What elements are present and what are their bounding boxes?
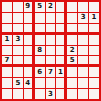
cell-r6c6-empty[interactable]	[56, 56, 66, 66]
cell-r3c1-empty[interactable]	[2, 24, 12, 34]
cell-r6c8-empty[interactable]	[78, 56, 88, 66]
cell-r1c4-given-5[interactable]: 5	[35, 2, 45, 12]
cell-r8c7-empty[interactable]	[67, 78, 77, 88]
cell-r1c7-empty[interactable]	[67, 2, 77, 12]
cell-r5c9-empty[interactable]	[89, 46, 99, 56]
cell-r9c2-empty[interactable]	[13, 89, 23, 99]
cell-r9c3-empty[interactable]	[24, 89, 34, 99]
cell-r7c3-empty[interactable]	[24, 67, 34, 77]
cell-r3c5-empty[interactable]	[46, 24, 56, 34]
cell-r2c9-given-1[interactable]: 1	[89, 13, 99, 23]
cell-r8c6-empty[interactable]	[56, 78, 66, 88]
cell-r2c3-empty[interactable]	[24, 13, 34, 23]
cell-r5c5-empty[interactable]	[46, 46, 56, 56]
cell-r3c6-empty[interactable]	[56, 24, 66, 34]
cell-r3c4-empty[interactable]	[35, 24, 45, 34]
cell-r2c6-empty[interactable]	[56, 13, 66, 23]
cell-r6c4-empty[interactable]	[35, 56, 45, 66]
cell-r2c7-empty[interactable]	[67, 13, 77, 23]
cell-r6c1-given-7[interactable]: 7	[2, 56, 12, 66]
cell-r7c4-given-6[interactable]: 6	[35, 67, 45, 77]
cell-r9c9-empty[interactable]	[89, 89, 99, 99]
cell-r6c2-empty[interactable]	[13, 56, 23, 66]
cell-r5c7-given-2[interactable]: 2	[67, 46, 77, 56]
cell-r1c9-empty[interactable]	[89, 2, 99, 12]
cell-r1c3-given-9[interactable]: 9	[24, 2, 34, 12]
cell-r4c2-given-3[interactable]: 3	[13, 35, 23, 45]
cell-r7c9-empty[interactable]	[89, 67, 99, 77]
cell-r6c5-empty[interactable]	[46, 56, 56, 66]
cell-r6c9-empty[interactable]	[89, 56, 99, 66]
cell-r7c1-empty[interactable]	[2, 67, 12, 77]
cell-r3c2-empty[interactable]	[13, 24, 23, 34]
cell-r4c7-empty[interactable]	[67, 35, 77, 45]
cell-r4c6-empty[interactable]	[56, 35, 66, 45]
cell-r5c1-empty[interactable]	[2, 46, 12, 56]
cell-r5c2-empty[interactable]	[13, 46, 23, 56]
cell-r2c5-empty[interactable]	[46, 13, 56, 23]
cell-r7c7-empty[interactable]	[67, 67, 77, 77]
cell-r2c2-empty[interactable]	[13, 13, 23, 23]
cell-r1c2-empty[interactable]	[13, 2, 23, 12]
cell-r4c1-given-1[interactable]: 1	[2, 35, 12, 45]
cell-r7c5-given-7[interactable]: 7	[46, 67, 56, 77]
cell-r5c8-empty[interactable]	[78, 46, 88, 56]
cell-r7c6-given-1[interactable]: 1	[56, 67, 66, 77]
cell-r5c6-empty[interactable]	[56, 46, 66, 56]
cell-r2c4-empty[interactable]	[35, 13, 45, 23]
cell-r9c7-empty[interactable]	[67, 89, 77, 99]
cell-r8c8-empty[interactable]	[78, 78, 88, 88]
cell-r4c8-empty[interactable]	[78, 35, 88, 45]
cell-r8c5-empty[interactable]	[46, 78, 56, 88]
cell-r4c3-empty[interactable]	[24, 35, 34, 45]
cell-r3c8-empty[interactable]	[78, 24, 88, 34]
cell-r1c5-given-2[interactable]: 2	[46, 2, 56, 12]
cell-r7c8-empty[interactable]	[78, 67, 88, 77]
cell-r8c1-empty[interactable]	[2, 78, 12, 88]
cell-r9c4-empty[interactable]	[35, 89, 45, 99]
cell-r9c6-empty[interactable]	[56, 89, 66, 99]
cell-r2c8-given-3[interactable]: 3	[78, 13, 88, 23]
cell-r7c2-empty[interactable]	[13, 67, 23, 77]
cell-r3c9-empty[interactable]	[89, 24, 99, 34]
cell-r1c8-empty[interactable]	[78, 2, 88, 12]
cell-r4c5-empty[interactable]	[46, 35, 56, 45]
cell-r5c4-given-8[interactable]: 8	[35, 46, 45, 56]
cell-r4c9-empty[interactable]	[89, 35, 99, 45]
cell-r9c1-empty[interactable]	[2, 89, 12, 99]
cell-r1c6-empty[interactable]	[56, 2, 66, 12]
cell-r3c7-empty[interactable]	[67, 24, 77, 34]
cell-r1c1-empty[interactable]	[2, 2, 12, 12]
cell-r8c4-empty[interactable]	[35, 78, 45, 88]
sudoku-board: 95231138275671543	[0, 0, 101, 101]
cell-r6c7-given-5[interactable]: 5	[67, 56, 77, 66]
cell-r2c1-empty[interactable]	[2, 13, 12, 23]
cell-r6c3-empty[interactable]	[24, 56, 34, 66]
cell-r8c3-given-4[interactable]: 4	[24, 78, 34, 88]
cell-r8c2-given-5[interactable]: 5	[13, 78, 23, 88]
cell-r9c8-empty[interactable]	[78, 89, 88, 99]
cell-r5c3-empty[interactable]	[24, 46, 34, 56]
cell-r8c9-empty[interactable]	[89, 78, 99, 88]
cell-r4c4-empty[interactable]	[35, 35, 45, 45]
cell-r9c5-given-3[interactable]: 3	[46, 89, 56, 99]
cell-r3c3-empty[interactable]	[24, 24, 34, 34]
